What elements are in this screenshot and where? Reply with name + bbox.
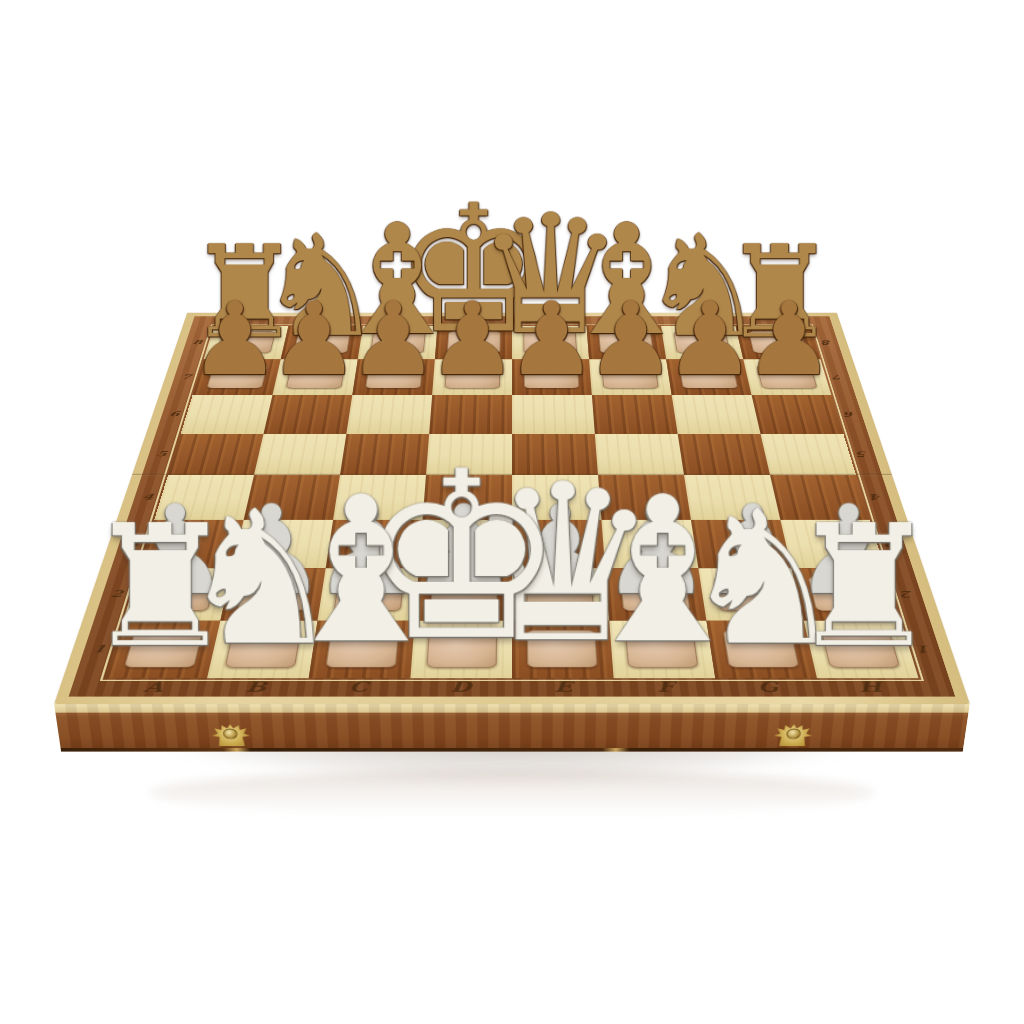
brass-clasp-right xyxy=(773,724,813,746)
front-edge-hinge-gap xyxy=(61,748,964,752)
product-photo-stage: ♜♞♝♚♛♝♞♜♟♟♟♟♟♟♟♟♟♟♟♟♟♟♟♟♜♞♝♚♛♝♞♜ ABCDEFG… xyxy=(0,0,1024,1024)
square-h1[interactable]: ♜ xyxy=(804,621,919,678)
white-rook-glyph: ♜ xyxy=(85,509,236,664)
brass-clasp-left xyxy=(211,724,251,746)
square-a1[interactable]: ♜ xyxy=(105,621,220,678)
front-edge-maple-rim xyxy=(54,704,970,713)
chess-board: ♜♞♝♚♛♝♞♜♟♟♟♟♟♟♟♟♟♟♟♟♟♟♟♟♜♞♝♚♛♝♞♜ ABCDEFG… xyxy=(54,313,970,704)
board-perspective-wrapper: ♜♞♝♚♛♝♞♜♟♟♟♟♟♟♟♟♟♟♟♟♟♟♟♟♜♞♝♚♛♝♞♜ ABCDEFG… xyxy=(132,95,892,855)
piece-white-rook-a1[interactable]: ♜ xyxy=(85,509,236,664)
board-front-edge xyxy=(54,704,970,752)
white-rook-glyph: ♜ xyxy=(788,509,939,664)
piece-white-rook-h1[interactable]: ♜ xyxy=(788,509,939,664)
